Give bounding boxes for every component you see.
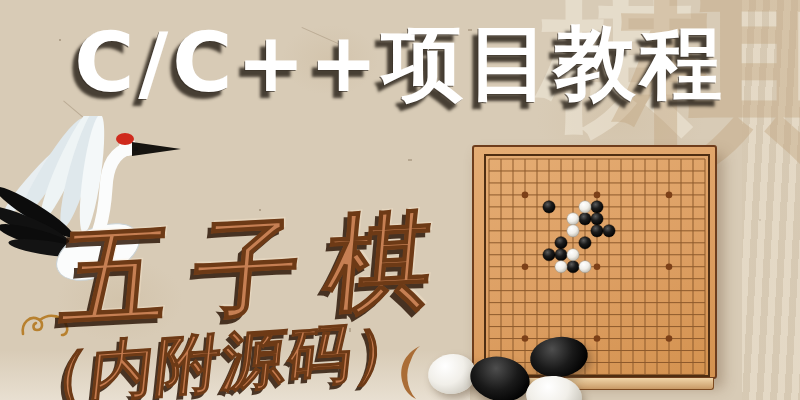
star-point [594,192,601,199]
star-point [522,192,529,199]
star-point [666,335,673,342]
banner-title: C/C++项目教程 [74,20,726,106]
star-point [666,192,673,199]
white-stone [567,213,579,225]
crane-eye [134,147,138,151]
star-point [522,263,529,270]
black-stone [579,213,591,225]
white-stone [567,225,579,237]
right-marble-band [742,0,800,400]
black-stone [579,237,591,249]
go-board-grid [483,153,711,381]
black-stone [603,225,615,237]
black-stone [555,249,567,261]
black-stone [555,237,567,249]
black-stone [543,249,555,261]
poster: 棋 棋 C/C++项目教程 五子棋 （内附源码） [0,0,800,400]
star-point [522,335,529,342]
stones [543,201,615,273]
star-point [594,263,601,270]
star-point [666,263,673,270]
black-stone [591,201,603,213]
black-stone [543,201,555,213]
crane-crown [116,133,134,145]
crane-beak [132,142,181,156]
black-stone [591,225,603,237]
white-stone [579,261,591,273]
black-stone [567,261,579,273]
star-point [594,335,601,342]
white-stone [579,201,591,213]
black-stone [591,213,603,225]
white-stone [555,261,567,273]
white-stone [567,249,579,261]
